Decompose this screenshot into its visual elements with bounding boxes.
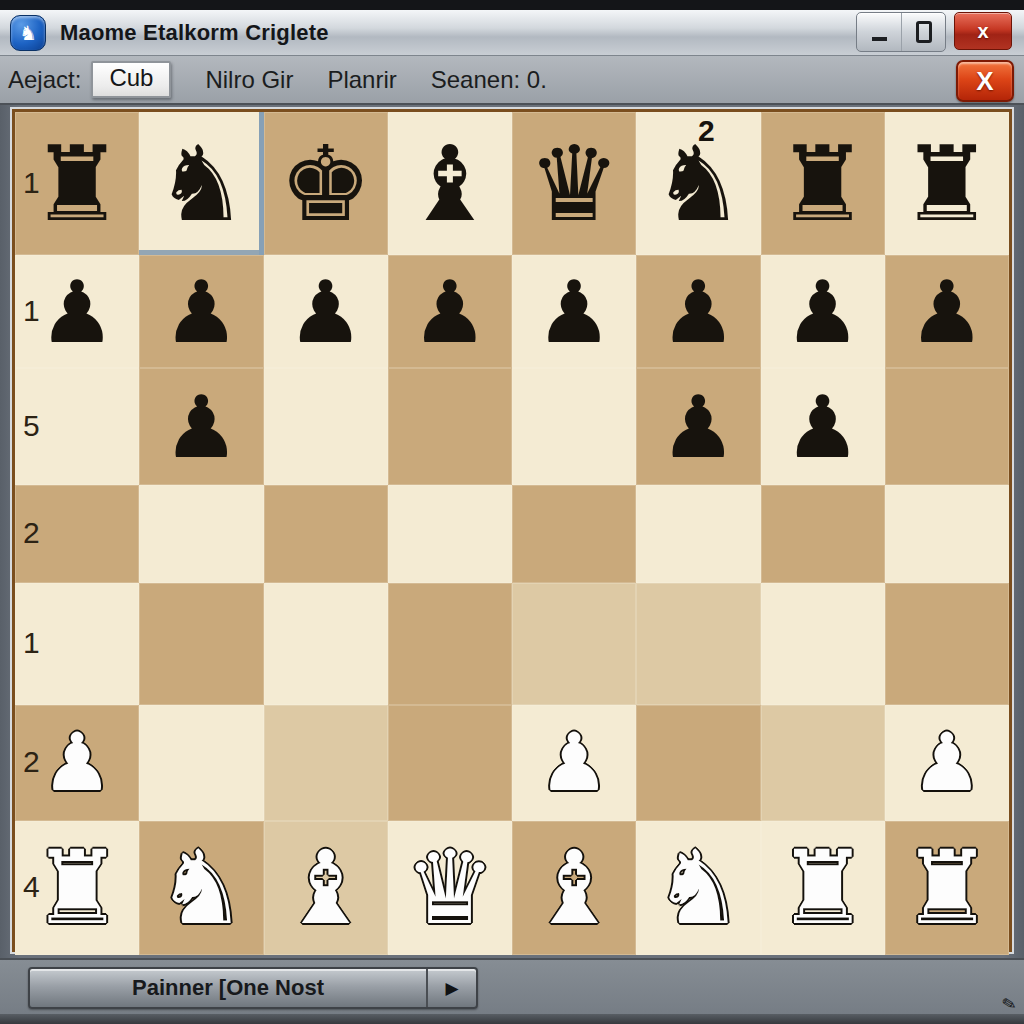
toolbar: Aejact: Cub Nilro Gir Planrir Seanen: 0.… xyxy=(0,56,1024,105)
minimize-button[interactable] xyxy=(857,13,901,51)
square-f6[interactable]: ♟ xyxy=(636,368,760,485)
square-f3[interactable] xyxy=(636,705,760,821)
close-icon: x xyxy=(977,20,988,43)
toolbar-item-1[interactable]: Nilro Gir xyxy=(205,66,293,94)
black-pawn-piece[interactable]: ♟ xyxy=(908,269,985,355)
black-king-piece[interactable]: ♚ xyxy=(279,132,372,236)
black-pawn-piece[interactable]: ♟ xyxy=(163,269,240,355)
square-h7[interactable]: ♟ xyxy=(885,255,1009,368)
square-h6[interactable] xyxy=(885,368,1009,485)
square-d6[interactable] xyxy=(388,368,512,485)
toolbar-label: Aejact: xyxy=(8,66,81,94)
white-bishop-piece[interactable]: ♝ xyxy=(280,837,371,939)
minimize-icon xyxy=(872,37,887,41)
close-button[interactable]: x xyxy=(954,12,1012,50)
toolbar-item-2[interactable]: Planrir xyxy=(327,66,396,94)
cursor-artifact: ✎ xyxy=(1000,993,1018,1017)
white-knight-piece[interactable]: ♞ xyxy=(156,837,247,939)
white-pawn-piece[interactable]: ♟ xyxy=(538,723,610,803)
white-bishop-piece[interactable]: ♝ xyxy=(528,837,619,939)
square-e2[interactable]: ♝ xyxy=(512,821,636,955)
square-f5[interactable] xyxy=(636,485,760,583)
rank-label: 1 xyxy=(23,626,40,660)
knight-app-icon: ♞ xyxy=(10,15,46,51)
black-pawn-piece[interactable]: ♟ xyxy=(411,269,488,355)
window-title: Maome Etalkorm Criglete xyxy=(60,20,329,46)
white-pawn-piece[interactable]: ♟ xyxy=(41,723,113,803)
maximize-icon xyxy=(916,21,932,43)
app-window: ♞ Maome Etalkorm Criglete x Aejact: Cub … xyxy=(0,0,1024,1024)
board-frame: ♜♞♚♝♛♞♜♜♟♟♟♟♟♟♟♟♟♟♟♟♟♟♜♞♝♛♝♞♜♜11521242 xyxy=(0,105,1024,958)
square-c8[interactable]: ♚ xyxy=(264,112,388,255)
square-d5[interactable] xyxy=(388,485,512,583)
black-pawn-piece[interactable]: ♟ xyxy=(536,269,613,355)
square-h2[interactable]: ♜ xyxy=(885,821,1009,955)
maximize-button[interactable] xyxy=(901,13,945,51)
black-rook-piece[interactable]: ♜ xyxy=(900,132,993,236)
square-g2[interactable]: ♜ xyxy=(761,821,885,955)
square-f7[interactable]: ♟ xyxy=(636,255,760,368)
rank-label: 5 xyxy=(23,409,40,443)
toolbar-item-3: Seanen: 0. xyxy=(431,66,547,94)
black-pawn-piece[interactable]: ♟ xyxy=(784,269,861,355)
chess-board: ♜♞♚♝♛♞♜♜♟♟♟♟♟♟♟♟♟♟♟♟♟♟♜♞♝♛♝♞♜♜11521242 xyxy=(12,109,1012,952)
square-g7[interactable]: ♟ xyxy=(761,255,885,368)
square-b8[interactable]: ♞ xyxy=(139,112,263,255)
white-queen-piece[interactable]: ♛ xyxy=(404,837,495,939)
square-g6[interactable]: ♟ xyxy=(761,368,885,485)
square-h3[interactable]: ♟ xyxy=(885,705,1009,821)
black-rook-piece[interactable]: ♜ xyxy=(776,132,869,236)
square-c5[interactable] xyxy=(264,485,388,583)
square-e8[interactable]: ♛ xyxy=(512,112,636,255)
black-pawn-piece[interactable]: ♟ xyxy=(660,384,737,470)
square-f4[interactable] xyxy=(636,583,760,705)
square-c4[interactable] xyxy=(264,583,388,705)
black-pawn-piece[interactable]: ♟ xyxy=(287,269,364,355)
white-rook-piece[interactable]: ♜ xyxy=(777,837,868,939)
square-g4[interactable] xyxy=(761,583,885,705)
white-knight-piece[interactable]: ♞ xyxy=(653,837,744,939)
square-c7[interactable]: ♟ xyxy=(264,255,388,368)
square-b3[interactable] xyxy=(139,705,263,821)
window-top-edge xyxy=(0,0,1024,10)
square-c2[interactable]: ♝ xyxy=(264,821,388,955)
square-g5[interactable] xyxy=(761,485,885,583)
square-g8[interactable]: ♜ xyxy=(761,112,885,255)
black-pawn-piece[interactable]: ♟ xyxy=(39,269,116,355)
black-pawn-piece[interactable]: ♟ xyxy=(163,384,240,470)
square-c3[interactable] xyxy=(264,705,388,821)
rank-label: 1 xyxy=(23,166,40,200)
rank-label: 1 xyxy=(23,294,40,328)
statusbar: Painner [One Nost ▶ ✎ xyxy=(0,958,1024,1014)
white-rook-piece[interactable]: ♜ xyxy=(31,837,122,939)
square-g3[interactable] xyxy=(761,705,885,821)
square-e3[interactable]: ♟ xyxy=(512,705,636,821)
square-h5[interactable] xyxy=(885,485,1009,583)
square-f2[interactable]: ♞ xyxy=(636,821,760,955)
rank-label: 2 xyxy=(23,516,40,550)
rank-label: 4 xyxy=(23,870,40,904)
square-b5[interactable] xyxy=(139,485,263,583)
square-b2[interactable]: ♞ xyxy=(139,821,263,955)
white-rook-piece[interactable]: ♜ xyxy=(901,837,992,939)
titlebar[interactable]: ♞ Maome Etalkorm Criglete x xyxy=(0,10,1024,56)
square-h8[interactable]: ♜ xyxy=(885,112,1009,255)
square-d2[interactable]: ♛ xyxy=(388,821,512,955)
square-e5[interactable] xyxy=(512,485,636,583)
play-icon[interactable]: ▶ xyxy=(426,969,476,1007)
square-d4[interactable] xyxy=(388,583,512,705)
black-pawn-piece[interactable]: ♟ xyxy=(784,384,861,470)
square-b6[interactable]: ♟ xyxy=(139,368,263,485)
window-controls: x xyxy=(856,12,1012,52)
square-e6[interactable] xyxy=(512,368,636,485)
move-selector-button[interactable]: Painner [One Nost ▶ xyxy=(28,967,478,1009)
rank-label: 2 xyxy=(23,745,40,779)
square-e4[interactable] xyxy=(512,583,636,705)
toolbar-close-button[interactable]: X xyxy=(956,60,1014,102)
black-queen-piece[interactable]: ♛ xyxy=(528,132,621,236)
square-annotation: 2 xyxy=(698,114,715,148)
move-selector-label: Painner [One Nost xyxy=(30,969,426,1007)
square-d3[interactable] xyxy=(388,705,512,821)
black-bishop-piece[interactable]: ♝ xyxy=(403,132,496,236)
black-pawn-piece[interactable]: ♟ xyxy=(660,269,737,355)
white-pawn-piece[interactable]: ♟ xyxy=(911,723,983,803)
square-b4[interactable] xyxy=(139,583,263,705)
black-rook-piece[interactable]: ♜ xyxy=(31,132,124,236)
square-d7[interactable]: ♟ xyxy=(388,255,512,368)
square-h4[interactable] xyxy=(885,583,1009,705)
toolbar-button-cub[interactable]: Cub xyxy=(91,61,171,98)
black-knight-piece[interactable]: ♞ xyxy=(155,132,248,236)
window-bottom-edge xyxy=(0,1014,1024,1024)
square-d8[interactable]: ♝ xyxy=(388,112,512,255)
square-b7[interactable]: ♟ xyxy=(139,255,263,368)
square-c6[interactable] xyxy=(264,368,388,485)
square-e7[interactable]: ♟ xyxy=(512,255,636,368)
